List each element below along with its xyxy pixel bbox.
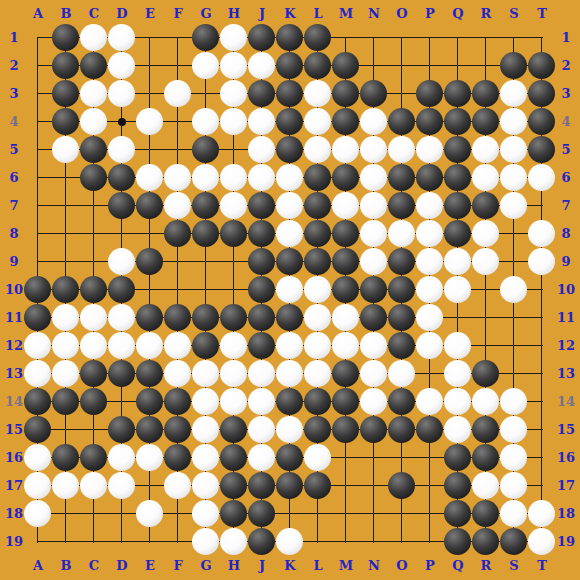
intersection-L6[interactable] [304, 164, 332, 192]
intersection-T18[interactable] [528, 500, 556, 528]
intersection-F13[interactable] [164, 360, 192, 388]
intersection-J17[interactable] [248, 472, 276, 500]
intersection-N18[interactable] [360, 500, 388, 528]
intersection-N3[interactable] [360, 80, 388, 108]
intersection-L5[interactable] [304, 136, 332, 164]
intersection-F10[interactable] [164, 276, 192, 304]
intersection-T5[interactable] [528, 136, 556, 164]
intersection-K8[interactable] [276, 220, 304, 248]
intersection-C1[interactable] [80, 24, 108, 52]
intersection-K17[interactable] [276, 472, 304, 500]
intersection-K10[interactable] [276, 276, 304, 304]
intersection-H4[interactable] [220, 108, 248, 136]
intersection-O1[interactable] [388, 24, 416, 52]
intersection-J2[interactable] [248, 52, 276, 80]
intersection-N17[interactable] [360, 472, 388, 500]
intersection-S14[interactable] [500, 388, 528, 416]
intersection-Q14[interactable] [444, 388, 472, 416]
intersection-J5[interactable] [248, 136, 276, 164]
intersection-G11[interactable] [192, 304, 220, 332]
intersection-A5[interactable] [24, 136, 52, 164]
intersection-A12[interactable] [24, 332, 52, 360]
intersection-R8[interactable] [472, 220, 500, 248]
intersection-D10[interactable] [108, 276, 136, 304]
intersection-H14[interactable] [220, 388, 248, 416]
intersection-G15[interactable] [192, 416, 220, 444]
intersection-M16[interactable] [332, 444, 360, 472]
intersection-B4[interactable] [52, 108, 80, 136]
intersection-C7[interactable] [80, 192, 108, 220]
intersection-N10[interactable] [360, 276, 388, 304]
intersection-D19[interactable] [108, 528, 136, 556]
intersection-M1[interactable] [332, 24, 360, 52]
intersection-F19[interactable] [164, 528, 192, 556]
intersection-L15[interactable] [304, 416, 332, 444]
intersection-O16[interactable] [388, 444, 416, 472]
intersection-N7[interactable] [360, 192, 388, 220]
intersection-K12[interactable] [276, 332, 304, 360]
intersection-C4[interactable] [80, 108, 108, 136]
intersection-L17[interactable] [304, 472, 332, 500]
intersection-A17[interactable] [24, 472, 52, 500]
intersection-E7[interactable] [136, 192, 164, 220]
intersection-F9[interactable] [164, 248, 192, 276]
intersection-E3[interactable] [136, 80, 164, 108]
intersection-B8[interactable] [52, 220, 80, 248]
intersection-K5[interactable] [276, 136, 304, 164]
intersection-F4[interactable] [164, 108, 192, 136]
intersection-F18[interactable] [164, 500, 192, 528]
intersection-A4[interactable] [24, 108, 52, 136]
intersection-H15[interactable] [220, 416, 248, 444]
intersection-B16[interactable] [52, 444, 80, 472]
intersection-C6[interactable] [80, 164, 108, 192]
intersection-S11[interactable] [500, 304, 528, 332]
intersection-C14[interactable] [80, 388, 108, 416]
intersection-H11[interactable] [220, 304, 248, 332]
intersection-K15[interactable] [276, 416, 304, 444]
intersection-N11[interactable] [360, 304, 388, 332]
intersection-P17[interactable] [416, 472, 444, 500]
intersection-P10[interactable] [416, 276, 444, 304]
intersection-M8[interactable] [332, 220, 360, 248]
intersection-T2[interactable] [528, 52, 556, 80]
intersection-H19[interactable] [220, 528, 248, 556]
intersection-G5[interactable] [192, 136, 220, 164]
intersection-D9[interactable] [108, 248, 136, 276]
intersection-Q19[interactable] [444, 528, 472, 556]
intersection-S9[interactable] [500, 248, 528, 276]
intersection-Q9[interactable] [444, 248, 472, 276]
intersection-H7[interactable] [220, 192, 248, 220]
intersection-A3[interactable] [24, 80, 52, 108]
intersection-O4[interactable] [388, 108, 416, 136]
intersection-P1[interactable] [416, 24, 444, 52]
intersection-J7[interactable] [248, 192, 276, 220]
intersection-S17[interactable] [500, 472, 528, 500]
intersection-C9[interactable] [80, 248, 108, 276]
intersection-P9[interactable] [416, 248, 444, 276]
intersection-O17[interactable] [388, 472, 416, 500]
intersection-E16[interactable] [136, 444, 164, 472]
intersection-G14[interactable] [192, 388, 220, 416]
intersection-R7[interactable] [472, 192, 500, 220]
intersection-T13[interactable] [528, 360, 556, 388]
intersection-K7[interactable] [276, 192, 304, 220]
intersection-B6[interactable] [52, 164, 80, 192]
intersection-G13[interactable] [192, 360, 220, 388]
intersection-D12[interactable] [108, 332, 136, 360]
intersection-S18[interactable] [500, 500, 528, 528]
intersection-A11[interactable] [24, 304, 52, 332]
intersection-N15[interactable] [360, 416, 388, 444]
intersection-C2[interactable] [80, 52, 108, 80]
intersection-E14[interactable] [136, 388, 164, 416]
intersection-E2[interactable] [136, 52, 164, 80]
intersection-G18[interactable] [192, 500, 220, 528]
intersection-J8[interactable] [248, 220, 276, 248]
intersection-J3[interactable] [248, 80, 276, 108]
intersection-A15[interactable] [24, 416, 52, 444]
intersection-G17[interactable] [192, 472, 220, 500]
intersection-E9[interactable] [136, 248, 164, 276]
intersection-A9[interactable] [24, 248, 52, 276]
intersection-B10[interactable] [52, 276, 80, 304]
intersection-A16[interactable] [24, 444, 52, 472]
intersection-T15[interactable] [528, 416, 556, 444]
intersection-D18[interactable] [108, 500, 136, 528]
intersection-J12[interactable] [248, 332, 276, 360]
intersection-K16[interactable] [276, 444, 304, 472]
intersection-G3[interactable] [192, 80, 220, 108]
intersection-S16[interactable] [500, 444, 528, 472]
intersection-B9[interactable] [52, 248, 80, 276]
intersection-M10[interactable] [332, 276, 360, 304]
intersection-M12[interactable] [332, 332, 360, 360]
intersection-O15[interactable] [388, 416, 416, 444]
intersection-B14[interactable] [52, 388, 80, 416]
intersection-L8[interactable] [304, 220, 332, 248]
intersection-O12[interactable] [388, 332, 416, 360]
intersection-R17[interactable] [472, 472, 500, 500]
intersection-O8[interactable] [388, 220, 416, 248]
intersection-B18[interactable] [52, 500, 80, 528]
intersection-N4[interactable] [360, 108, 388, 136]
intersection-M9[interactable] [332, 248, 360, 276]
intersection-P11[interactable] [416, 304, 444, 332]
intersection-O7[interactable] [388, 192, 416, 220]
intersection-F12[interactable] [164, 332, 192, 360]
intersection-K3[interactable] [276, 80, 304, 108]
intersection-P8[interactable] [416, 220, 444, 248]
intersection-P5[interactable] [416, 136, 444, 164]
intersection-Q2[interactable] [444, 52, 472, 80]
intersection-P14[interactable] [416, 388, 444, 416]
intersection-N6[interactable] [360, 164, 388, 192]
intersection-T16[interactable] [528, 444, 556, 472]
intersection-R18[interactable] [472, 500, 500, 528]
intersection-R2[interactable] [472, 52, 500, 80]
intersection-C17[interactable] [80, 472, 108, 500]
intersection-Q1[interactable] [444, 24, 472, 52]
intersection-Q4[interactable] [444, 108, 472, 136]
intersection-Q5[interactable] [444, 136, 472, 164]
intersection-M18[interactable] [332, 500, 360, 528]
intersection-J19[interactable] [248, 528, 276, 556]
intersection-M14[interactable] [332, 388, 360, 416]
intersection-K6[interactable] [276, 164, 304, 192]
intersection-G19[interactable] [192, 528, 220, 556]
intersection-L11[interactable] [304, 304, 332, 332]
intersection-C19[interactable] [80, 528, 108, 556]
intersection-A8[interactable] [24, 220, 52, 248]
intersection-C3[interactable] [80, 80, 108, 108]
intersection-T9[interactable] [528, 248, 556, 276]
intersection-Q3[interactable] [444, 80, 472, 108]
intersection-K9[interactable] [276, 248, 304, 276]
intersection-N13[interactable] [360, 360, 388, 388]
intersection-B15[interactable] [52, 416, 80, 444]
intersection-L16[interactable] [304, 444, 332, 472]
intersection-G12[interactable] [192, 332, 220, 360]
intersection-O13[interactable] [388, 360, 416, 388]
intersection-B1[interactable] [52, 24, 80, 52]
intersection-P4[interactable] [416, 108, 444, 136]
intersection-A2[interactable] [24, 52, 52, 80]
intersection-Q8[interactable] [444, 220, 472, 248]
intersection-B11[interactable] [52, 304, 80, 332]
intersection-M5[interactable] [332, 136, 360, 164]
intersection-T8[interactable] [528, 220, 556, 248]
intersection-F11[interactable] [164, 304, 192, 332]
intersection-G2[interactable] [192, 52, 220, 80]
intersection-G1[interactable] [192, 24, 220, 52]
intersection-T11[interactable] [528, 304, 556, 332]
intersection-D14[interactable] [108, 388, 136, 416]
intersection-M4[interactable] [332, 108, 360, 136]
intersection-L9[interactable] [304, 248, 332, 276]
intersection-L10[interactable] [304, 276, 332, 304]
intersection-B17[interactable] [52, 472, 80, 500]
intersection-F14[interactable] [164, 388, 192, 416]
intersection-L3[interactable] [304, 80, 332, 108]
intersection-F8[interactable] [164, 220, 192, 248]
intersection-E5[interactable] [136, 136, 164, 164]
intersection-E19[interactable] [136, 528, 164, 556]
intersection-T10[interactable] [528, 276, 556, 304]
intersection-G16[interactable] [192, 444, 220, 472]
intersection-H3[interactable] [220, 80, 248, 108]
intersection-C16[interactable] [80, 444, 108, 472]
intersection-L18[interactable] [304, 500, 332, 528]
intersection-D15[interactable] [108, 416, 136, 444]
intersection-N1[interactable] [360, 24, 388, 52]
intersection-P13[interactable] [416, 360, 444, 388]
intersection-L13[interactable] [304, 360, 332, 388]
intersection-G10[interactable] [192, 276, 220, 304]
intersection-F7[interactable] [164, 192, 192, 220]
intersection-D3[interactable] [108, 80, 136, 108]
intersection-J11[interactable] [248, 304, 276, 332]
intersection-P3[interactable] [416, 80, 444, 108]
intersection-M19[interactable] [332, 528, 360, 556]
intersection-R4[interactable] [472, 108, 500, 136]
intersection-L1[interactable] [304, 24, 332, 52]
intersection-A14[interactable] [24, 388, 52, 416]
intersection-J9[interactable] [248, 248, 276, 276]
intersection-K14[interactable] [276, 388, 304, 416]
intersection-L14[interactable] [304, 388, 332, 416]
intersection-R19[interactable] [472, 528, 500, 556]
intersection-N16[interactable] [360, 444, 388, 472]
intersection-F3[interactable] [164, 80, 192, 108]
intersection-T4[interactable] [528, 108, 556, 136]
intersection-O3[interactable] [388, 80, 416, 108]
intersection-B7[interactable] [52, 192, 80, 220]
intersection-P18[interactable] [416, 500, 444, 528]
intersection-F17[interactable] [164, 472, 192, 500]
intersection-H12[interactable] [220, 332, 248, 360]
intersection-S6[interactable] [500, 164, 528, 192]
intersection-N12[interactable] [360, 332, 388, 360]
intersection-G6[interactable] [192, 164, 220, 192]
intersection-R13[interactable] [472, 360, 500, 388]
intersection-S1[interactable] [500, 24, 528, 52]
intersection-S7[interactable] [500, 192, 528, 220]
intersection-J13[interactable] [248, 360, 276, 388]
intersection-G4[interactable] [192, 108, 220, 136]
intersection-R11[interactable] [472, 304, 500, 332]
intersection-C13[interactable] [80, 360, 108, 388]
intersection-H16[interactable] [220, 444, 248, 472]
intersection-C15[interactable] [80, 416, 108, 444]
intersection-O14[interactable] [388, 388, 416, 416]
intersection-R12[interactable] [472, 332, 500, 360]
intersection-P12[interactable] [416, 332, 444, 360]
intersection-J10[interactable] [248, 276, 276, 304]
intersection-T7[interactable] [528, 192, 556, 220]
intersection-R1[interactable] [472, 24, 500, 52]
intersection-C10[interactable] [80, 276, 108, 304]
intersection-D8[interactable] [108, 220, 136, 248]
intersection-R14[interactable] [472, 388, 500, 416]
intersection-K1[interactable] [276, 24, 304, 52]
intersection-E10[interactable] [136, 276, 164, 304]
intersection-O10[interactable] [388, 276, 416, 304]
intersection-N8[interactable] [360, 220, 388, 248]
intersection-T12[interactable] [528, 332, 556, 360]
intersection-A10[interactable] [24, 276, 52, 304]
intersection-T3[interactable] [528, 80, 556, 108]
intersection-H2[interactable] [220, 52, 248, 80]
intersection-L19[interactable] [304, 528, 332, 556]
intersection-S5[interactable] [500, 136, 528, 164]
intersection-A13[interactable] [24, 360, 52, 388]
intersection-L4[interactable] [304, 108, 332, 136]
intersection-D11[interactable] [108, 304, 136, 332]
intersection-Q13[interactable] [444, 360, 472, 388]
intersection-F2[interactable] [164, 52, 192, 80]
intersection-K19[interactable] [276, 528, 304, 556]
intersection-K11[interactable] [276, 304, 304, 332]
intersection-H9[interactable] [220, 248, 248, 276]
intersection-B3[interactable] [52, 80, 80, 108]
intersection-D1[interactable] [108, 24, 136, 52]
intersection-H6[interactable] [220, 164, 248, 192]
intersection-O9[interactable] [388, 248, 416, 276]
intersection-R16[interactable] [472, 444, 500, 472]
intersection-S4[interactable] [500, 108, 528, 136]
intersection-A1[interactable] [24, 24, 52, 52]
intersection-D2[interactable] [108, 52, 136, 80]
intersection-N19[interactable] [360, 528, 388, 556]
intersection-J15[interactable] [248, 416, 276, 444]
intersection-H17[interactable] [220, 472, 248, 500]
intersection-F5[interactable] [164, 136, 192, 164]
intersection-H18[interactable] [220, 500, 248, 528]
intersection-E4[interactable] [136, 108, 164, 136]
intersection-T14[interactable] [528, 388, 556, 416]
intersection-J1[interactable] [248, 24, 276, 52]
intersection-H5[interactable] [220, 136, 248, 164]
intersection-A18[interactable] [24, 500, 52, 528]
intersection-Q16[interactable] [444, 444, 472, 472]
intersection-J6[interactable] [248, 164, 276, 192]
intersection-F6[interactable] [164, 164, 192, 192]
intersection-G8[interactable] [192, 220, 220, 248]
intersection-Q6[interactable] [444, 164, 472, 192]
intersection-B19[interactable] [52, 528, 80, 556]
intersection-J4[interactable] [248, 108, 276, 136]
intersection-M3[interactable] [332, 80, 360, 108]
intersection-Q10[interactable] [444, 276, 472, 304]
intersection-L12[interactable] [304, 332, 332, 360]
intersection-J16[interactable] [248, 444, 276, 472]
intersection-L7[interactable] [304, 192, 332, 220]
intersection-S19[interactable] [500, 528, 528, 556]
intersection-E13[interactable] [136, 360, 164, 388]
intersection-B2[interactable] [52, 52, 80, 80]
intersection-M7[interactable] [332, 192, 360, 220]
intersection-S10[interactable] [500, 276, 528, 304]
intersection-C12[interactable] [80, 332, 108, 360]
intersection-T17[interactable] [528, 472, 556, 500]
intersection-O2[interactable] [388, 52, 416, 80]
intersection-P15[interactable] [416, 416, 444, 444]
intersection-S3[interactable] [500, 80, 528, 108]
intersection-M15[interactable] [332, 416, 360, 444]
intersection-M17[interactable] [332, 472, 360, 500]
intersection-M2[interactable] [332, 52, 360, 80]
intersection-H8[interactable] [220, 220, 248, 248]
intersection-N2[interactable] [360, 52, 388, 80]
intersection-R10[interactable] [472, 276, 500, 304]
intersection-O6[interactable] [388, 164, 416, 192]
intersection-T6[interactable] [528, 164, 556, 192]
intersection-G7[interactable] [192, 192, 220, 220]
intersection-O19[interactable] [388, 528, 416, 556]
intersection-A6[interactable] [24, 164, 52, 192]
intersection-D16[interactable] [108, 444, 136, 472]
intersection-F1[interactable] [164, 24, 192, 52]
intersection-P16[interactable] [416, 444, 444, 472]
intersection-R5[interactable] [472, 136, 500, 164]
intersection-F16[interactable] [164, 444, 192, 472]
intersection-E8[interactable] [136, 220, 164, 248]
intersection-B12[interactable] [52, 332, 80, 360]
intersection-N9[interactable] [360, 248, 388, 276]
intersection-Q18[interactable] [444, 500, 472, 528]
